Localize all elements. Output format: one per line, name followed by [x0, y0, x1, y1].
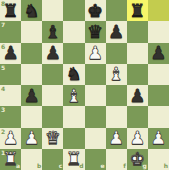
square-c3[interactable] — [42, 106, 63, 127]
square-g4[interactable]: ♟ — [127, 85, 148, 106]
square-d8[interactable] — [63, 0, 84, 21]
rank-label-4: 4 — [1, 86, 5, 92]
square-e2[interactable] — [85, 128, 106, 149]
square-h6[interactable]: ♟ — [148, 43, 169, 64]
square-f4[interactable] — [106, 85, 127, 106]
black-knight[interactable]: ♞ — [24, 0, 40, 21]
chess-board: ♜8♞♚♜7♝♛♟♟6♟♟♟5♞♝4♟♝♟3♟2♟♛♟♟♟♜1abc♜def♚g… — [0, 0, 169, 170]
square-h7[interactable] — [148, 21, 169, 42]
black-rook[interactable]: ♜ — [2, 0, 18, 21]
square-f1[interactable]: f — [106, 149, 127, 170]
file-label-c: c — [59, 163, 63, 169]
rank-label-7: 7 — [1, 22, 5, 28]
square-a2[interactable]: ♟2 — [0, 128, 21, 149]
square-h1[interactable]: h — [148, 149, 169, 170]
square-a8[interactable]: ♜8 — [0, 0, 21, 21]
square-a1[interactable]: ♜1a — [0, 149, 21, 170]
square-h5[interactable] — [148, 64, 169, 85]
black-pawn[interactable]: ♟ — [129, 85, 145, 106]
white-pawn[interactable]: ♟ — [2, 127, 18, 148]
square-g2[interactable]: ♟ — [127, 128, 148, 149]
square-e3[interactable] — [85, 106, 106, 127]
file-label-h: h — [164, 163, 168, 169]
square-c7[interactable]: ♝ — [42, 21, 63, 42]
black-bishop[interactable]: ♝ — [45, 21, 61, 42]
square-d7[interactable] — [63, 21, 84, 42]
black-pawn[interactable]: ♟ — [150, 42, 166, 63]
square-h2[interactable]: ♟ — [148, 128, 169, 149]
square-f5[interactable]: ♝ — [106, 64, 127, 85]
square-b8[interactable]: ♞ — [21, 0, 42, 21]
square-f6[interactable] — [106, 43, 127, 64]
white-pawn[interactable]: ♟ — [108, 127, 124, 148]
white-bishop[interactable]: ♝ — [66, 85, 82, 106]
white-rook[interactable]: ♜ — [2, 148, 18, 169]
square-d6[interactable] — [63, 43, 84, 64]
square-h3[interactable] — [148, 106, 169, 127]
square-d3[interactable] — [63, 106, 84, 127]
square-d5[interactable]: ♞ — [63, 64, 84, 85]
black-pawn[interactable]: ♟ — [24, 85, 40, 106]
white-pawn[interactable]: ♟ — [150, 127, 166, 148]
rank-label-3: 3 — [1, 107, 5, 113]
square-b1[interactable]: b — [21, 149, 42, 170]
square-b5[interactable] — [21, 64, 42, 85]
square-b7[interactable] — [21, 21, 42, 42]
black-knight[interactable]: ♞ — [66, 63, 82, 84]
square-g6[interactable] — [127, 43, 148, 64]
black-pawn[interactable]: ♟ — [2, 42, 18, 63]
square-e1[interactable]: e — [85, 149, 106, 170]
square-b3[interactable] — [21, 106, 42, 127]
white-pawn[interactable]: ♟ — [87, 42, 103, 63]
square-e5[interactable] — [85, 64, 106, 85]
square-d2[interactable] — [63, 128, 84, 149]
white-pawn[interactable]: ♟ — [24, 127, 40, 148]
square-g7[interactable] — [127, 21, 148, 42]
white-pawn[interactable]: ♟ — [129, 127, 145, 148]
black-pawn[interactable]: ♟ — [45, 42, 61, 63]
file-label-b: b — [37, 163, 41, 169]
square-a6[interactable]: ♟6 — [0, 43, 21, 64]
square-e8[interactable]: ♚ — [85, 0, 106, 21]
square-b2[interactable]: ♟ — [21, 128, 42, 149]
square-f7[interactable]: ♟ — [106, 21, 127, 42]
rank-label-5: 5 — [1, 65, 5, 71]
white-queen[interactable]: ♛ — [45, 127, 61, 148]
square-a5[interactable]: 5 — [0, 64, 21, 85]
square-c2[interactable]: ♛ — [42, 128, 63, 149]
square-c1[interactable]: c — [42, 149, 63, 170]
square-h8[interactable] — [148, 0, 169, 21]
square-d4[interactable]: ♝ — [63, 85, 84, 106]
square-c8[interactable] — [42, 0, 63, 21]
file-label-e: e — [101, 163, 105, 169]
black-rook[interactable]: ♜ — [129, 0, 145, 21]
square-c4[interactable] — [42, 85, 63, 106]
file-label-f: f — [123, 163, 126, 169]
square-b6[interactable] — [21, 43, 42, 64]
square-a4[interactable]: 4 — [0, 85, 21, 106]
square-e7[interactable]: ♛ — [85, 21, 106, 42]
square-f8[interactable] — [106, 0, 127, 21]
black-queen[interactable]: ♛ — [87, 21, 103, 42]
square-a3[interactable]: 3 — [0, 106, 21, 127]
square-g3[interactable] — [127, 106, 148, 127]
square-c5[interactable] — [42, 64, 63, 85]
white-rook[interactable]: ♜ — [66, 148, 82, 169]
square-f2[interactable]: ♟ — [106, 128, 127, 149]
square-a7[interactable]: 7 — [0, 21, 21, 42]
square-g5[interactable] — [127, 64, 148, 85]
square-c6[interactable]: ♟ — [42, 43, 63, 64]
square-e6[interactable]: ♟ — [85, 43, 106, 64]
square-e4[interactable] — [85, 85, 106, 106]
square-b4[interactable]: ♟ — [21, 85, 42, 106]
square-h4[interactable] — [148, 85, 169, 106]
white-bishop[interactable]: ♝ — [108, 63, 124, 84]
square-f3[interactable] — [106, 106, 127, 127]
white-king[interactable]: ♚ — [129, 148, 145, 169]
square-g1[interactable]: ♚g — [127, 149, 148, 170]
square-g8[interactable]: ♜ — [127, 0, 148, 21]
square-d1[interactable]: ♜d — [63, 149, 84, 170]
black-pawn[interactable]: ♟ — [108, 21, 124, 42]
black-king[interactable]: ♚ — [87, 0, 103, 21]
